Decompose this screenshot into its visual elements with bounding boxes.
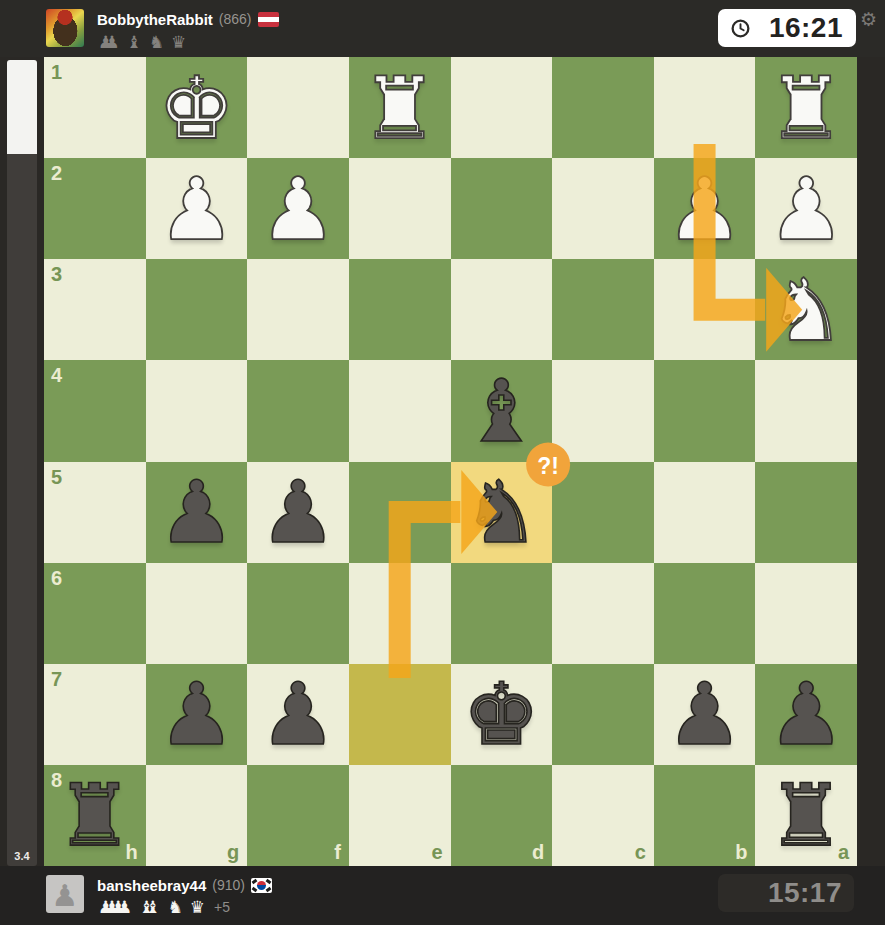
clock-time-bottom: 15:17: [718, 877, 854, 909]
austria-flag-icon: [258, 12, 279, 27]
file-label-a: a: [838, 842, 849, 862]
clock-time-top: 16:21: [751, 12, 856, 44]
file-label-e: e: [431, 842, 442, 862]
square-e8[interactable]: e: [349, 765, 451, 866]
square-f3[interactable]: [247, 259, 349, 360]
square-b4[interactable]: [654, 360, 756, 461]
player-rating-top: (866): [219, 11, 252, 27]
square-f6[interactable]: [247, 563, 349, 664]
square-f5[interactable]: ♟: [247, 462, 349, 563]
top-player-bar: BobbytheRabbit (866) ♟♟♝♞♛ 16:21 ⚙: [0, 0, 885, 57]
square-a8[interactable]: a♜: [755, 765, 857, 866]
square-b7[interactable]: ♟: [654, 664, 756, 765]
rank-label-1: 1: [51, 62, 62, 82]
evaluation-bar: 3.4: [7, 60, 37, 866]
rank-label-7: 7: [51, 669, 62, 689]
square-d7[interactable]: ♚: [451, 664, 553, 765]
black-pawn[interactable]: ♟: [666, 671, 743, 757]
square-c1[interactable]: [552, 57, 654, 158]
square-a2[interactable]: ♟: [755, 158, 857, 259]
captured-n-icon: ♞: [149, 34, 164, 51]
square-b8[interactable]: b: [654, 765, 756, 866]
rank-label-4: 4: [51, 365, 62, 385]
chess-board[interactable]: 1♚♜♜2♟♟♟♟3♞4♝5♟♟♞67♟♟♚♟♟8h♜gfedcba♜: [44, 57, 857, 866]
rank-label-6: 6: [51, 568, 62, 588]
captured-bs-icon: ♝♝: [139, 899, 160, 916]
white-pawn[interactable]: ♟: [260, 166, 337, 252]
rank-label-3: 3: [51, 264, 62, 284]
square-a7[interactable]: ♟: [755, 664, 857, 765]
square-d3[interactable]: [451, 259, 553, 360]
bottom-player-bar: ♟ bansheebray44 (910) ♟♟♟♟♝♝♞♛ +5 15:17: [0, 866, 885, 925]
player-name-top[interactable]: BobbytheRabbit: [97, 11, 213, 28]
black-pawn[interactable]: ♟: [158, 671, 235, 757]
square-d4[interactable]: ♝: [451, 360, 553, 461]
file-label-b: b: [735, 842, 747, 862]
square-f4[interactable]: [247, 360, 349, 461]
square-e2[interactable]: [349, 158, 451, 259]
captured-b-icon: ♝: [126, 34, 141, 51]
black-rook[interactable]: ♜: [768, 772, 845, 858]
evaluation-score: 3.4: [7, 850, 37, 862]
clock-bottom-player: 15:17: [718, 874, 854, 912]
captured-n-icon: ♞: [167, 899, 182, 916]
captured-ps-icon: ♟♟: [98, 34, 119, 51]
captured-ps-icon: ♟♟♟♟: [98, 899, 132, 916]
square-h5[interactable]: 5: [44, 462, 146, 563]
white-rook[interactable]: ♜: [768, 65, 845, 151]
black-knight[interactable]: ♞: [463, 469, 540, 555]
south-korea-flag-icon: [251, 878, 272, 893]
square-g3[interactable]: [146, 259, 248, 360]
square-d8[interactable]: d: [451, 765, 553, 866]
player-name-bottom[interactable]: bansheebray44: [97, 877, 206, 894]
square-b2[interactable]: ♟: [654, 158, 756, 259]
square-e3[interactable]: [349, 259, 451, 360]
square-g6[interactable]: [146, 563, 248, 664]
white-pawn[interactable]: ♟: [666, 166, 743, 252]
rank-label-8: 8: [51, 770, 62, 790]
square-c6[interactable]: [552, 563, 654, 664]
white-knight[interactable]: ♞: [768, 267, 845, 353]
square-e7[interactable]: [349, 664, 451, 765]
square-c5[interactable]: [552, 462, 654, 563]
square-c3[interactable]: [552, 259, 654, 360]
square-c8[interactable]: c: [552, 765, 654, 866]
file-label-d: d: [532, 842, 544, 862]
square-a3[interactable]: ♞: [755, 259, 857, 360]
square-e5[interactable]: [349, 462, 451, 563]
square-b6[interactable]: [654, 563, 756, 664]
square-g5[interactable]: ♟: [146, 462, 248, 563]
evaluation-bar-white-section: [7, 60, 37, 154]
square-g7[interactable]: ♟: [146, 664, 248, 765]
square-b3[interactable]: [654, 259, 756, 360]
black-pawn[interactable]: ♟: [158, 469, 235, 555]
black-pawn[interactable]: ♟: [260, 469, 337, 555]
black-king[interactable]: ♚: [463, 671, 540, 757]
square-f1[interactable]: [247, 57, 349, 158]
square-d2[interactable]: [451, 158, 553, 259]
file-label-h: h: [125, 842, 137, 862]
square-b1[interactable]: [654, 57, 756, 158]
square-b5[interactable]: [654, 462, 756, 563]
white-king[interactable]: ♚: [158, 65, 235, 151]
white-pawn[interactable]: ♟: [158, 166, 235, 252]
square-h1[interactable]: 1: [44, 57, 146, 158]
black-pawn[interactable]: ♟: [768, 671, 845, 757]
square-g8[interactable]: g: [146, 765, 248, 866]
file-label-g: g: [227, 842, 239, 862]
square-g1[interactable]: ♚: [146, 57, 248, 158]
clock-top-player: 16:21: [718, 9, 856, 47]
square-g4[interactable]: [146, 360, 248, 461]
square-h6[interactable]: 6: [44, 563, 146, 664]
square-h3[interactable]: 3: [44, 259, 146, 360]
square-h8[interactable]: 8h♜: [44, 765, 146, 866]
square-f7[interactable]: ♟: [247, 664, 349, 765]
avatar-top-player[interactable]: [46, 9, 84, 47]
material-advantage: +5: [214, 900, 230, 914]
square-a5[interactable]: [755, 462, 857, 563]
white-pawn[interactable]: ♟: [768, 166, 845, 252]
black-rook[interactable]: ♜: [56, 772, 133, 858]
last-move-highlight: [349, 664, 451, 765]
square-h4[interactable]: 4: [44, 360, 146, 461]
square-c4[interactable]: [552, 360, 654, 461]
default-pawn-avatar-icon: ♟: [52, 881, 79, 911]
white-rook[interactable]: ♜: [361, 65, 438, 151]
captured-q-icon: ♛: [171, 34, 186, 51]
square-d1[interactable]: [451, 57, 553, 158]
square-f2[interactable]: ♟: [247, 158, 349, 259]
captured-pieces-bottom: ♟♟♟♟♝♝♞♛ +5: [98, 896, 230, 918]
rank-label-5: 5: [51, 467, 62, 487]
square-h2[interactable]: 2: [44, 158, 146, 259]
clock-icon: [730, 18, 751, 39]
square-d5[interactable]: ♞: [451, 462, 553, 563]
square-e6[interactable]: [349, 563, 451, 664]
square-c7[interactable]: [552, 664, 654, 765]
square-d6[interactable]: [451, 563, 553, 664]
square-e1[interactable]: ♜: [349, 57, 451, 158]
square-h7[interactable]: 7: [44, 664, 146, 765]
black-pawn[interactable]: ♟: [260, 671, 337, 757]
square-f8[interactable]: f: [247, 765, 349, 866]
file-label-c: c: [635, 842, 646, 862]
avatar-bottom-player[interactable]: ♟: [46, 875, 84, 913]
black-bishop[interactable]: ♝: [463, 368, 540, 454]
captured-pieces-top: ♟♟♝♞♛: [98, 31, 193, 53]
square-a4[interactable]: [755, 360, 857, 461]
captured-q-icon: ♛: [190, 899, 205, 916]
square-c2[interactable]: [552, 158, 654, 259]
square-a6[interactable]: [755, 563, 857, 664]
square-g2[interactable]: ♟: [146, 158, 248, 259]
square-a1[interactable]: ♜: [755, 57, 857, 158]
player-rating-bottom: (910): [212, 877, 245, 893]
square-e4[interactable]: [349, 360, 451, 461]
file-label-f: f: [334, 842, 341, 862]
rank-label-2: 2: [51, 163, 62, 183]
gear-icon[interactable]: ⚙: [860, 10, 877, 29]
